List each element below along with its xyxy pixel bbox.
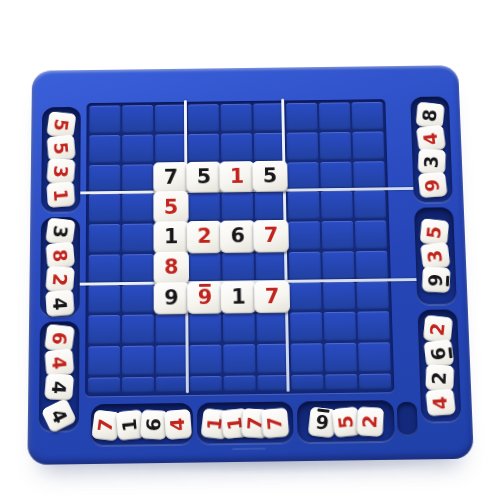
tray-tile[interactable]: 8 [416,101,445,128]
bottom-tray-section-2: 1177 [197,402,294,445]
left-tray-section-3: 6444 [39,321,80,432]
board-tile[interactable]: 1 [153,221,188,254]
tile-digit: 7 [265,287,280,307]
grid-cell [355,220,387,249]
grid-cell [122,194,153,223]
empty-corner-recess [397,402,418,436]
tile-digit: 6 [49,330,69,345]
grid-cell [356,281,388,310]
tray-tile[interactable]: 2 [423,315,453,343]
grid-cell [188,133,219,161]
grid-cell [122,254,154,283]
grid-cell [122,224,153,253]
tile-digit: 1 [51,188,70,202]
grid-cell [155,105,186,133]
tile-digit: 4 [168,417,188,432]
grid-strip-cell [190,376,222,392]
tile-digit: 4 [49,355,69,370]
grid-cell [190,345,222,375]
grid-strip-cell [257,375,289,391]
tile-digit: 3 [50,224,70,238]
board-tile[interactable]: 2 [187,221,223,254]
grid-cell [287,162,319,190]
tray-tile[interactable]: 9 [418,171,448,198]
grid-cell [223,344,255,374]
grid-strip-cell [359,374,391,390]
tray-tile[interactable]: 4 [425,389,456,417]
tray-tile[interactable]: 2 [356,406,383,436]
tile-digit: 9 [198,288,213,308]
grid-cell [156,345,188,375]
grid-cell [122,346,154,376]
grid-cell [122,134,153,162]
grid-strip-cell [156,376,188,392]
bottom-tray-section-1: 7164 [91,403,193,446]
tile-digit: 2 [360,414,380,428]
tray-tile[interactable]: 5 [46,111,76,138]
board-tile[interactable]: 7 [153,162,188,194]
tile-digit: 9 [427,273,446,287]
tile-digit: 7 [264,226,279,246]
grid-cell [188,104,219,132]
board-tile[interactable]: 5 [153,191,188,223]
grid-cell [352,102,384,130]
grid-cell [288,221,320,250]
grid-cell [320,132,352,160]
tray-tile[interactable]: 4 [44,373,74,400]
right-tray-section-3: 2624 [418,309,462,422]
molded-logo-mark [224,448,266,459]
grid-cell [289,252,321,281]
tile-digit: 4 [49,379,69,393]
grid-cell [223,314,255,343]
tile-digit: 4 [48,405,71,425]
tile-digit: 6 [230,227,245,247]
tray-tile[interactable]: 2 [425,364,454,391]
tile-digit: 6 [144,417,164,431]
grid-strip-cell [122,377,154,393]
grid-cell [356,251,388,280]
tile-digit: 3 [422,154,441,167]
grid-cell [286,103,317,131]
grid-cell [188,193,219,222]
grid-cell [324,312,356,341]
tile-digit: 3 [425,249,445,263]
grid-strip-cell [325,374,357,390]
tray-tile[interactable]: 4 [41,397,77,433]
tray-tile[interactable]: 2 [45,265,74,291]
tile-digit: 8 [50,248,70,262]
grid-cell [88,315,120,344]
grid-cell [89,135,120,163]
grid-strip-cell [291,375,323,391]
grid-cell [122,315,154,344]
tray-tile[interactable]: 4 [164,409,192,440]
tile-digit: 5 [51,118,71,132]
tile-digit: 8 [164,258,178,278]
tray-tile[interactable]: 6 [423,339,454,367]
tile-digit: 5 [425,225,445,239]
tile-digit: 4 [431,395,451,410]
grid-cell [321,191,353,219]
grid-cell [257,313,289,342]
grid-cell [352,131,384,159]
tray-tile[interactable]: 7 [261,407,289,438]
grid-cell [288,191,320,219]
board-tile[interactable]: 5 [252,160,288,192]
tray-tile[interactable]: 3 [420,242,450,269]
grid-cell [222,252,254,281]
board-tile[interactable]: 7 [254,280,290,313]
grid-cell [89,164,120,192]
tray-tile[interactable]: 5 [420,218,450,245]
tray-tile[interactable]: 5 [331,406,360,437]
right-tray-section-2: 539 [414,207,457,305]
grid-cell [89,105,120,133]
grid-cell [290,313,322,342]
tile-digit: 5 [336,414,356,429]
grid-cell [253,103,284,131]
tray-tile[interactable]: 6 [44,324,75,352]
grid-cell [358,343,391,373]
right-tray-section-1: 8439 [410,96,453,203]
tile-digit: 2 [430,371,449,385]
board-tile[interactable]: 6 [220,220,256,253]
tile-digit: 2 [428,322,448,337]
grid-cell [324,343,357,373]
grid-cell [320,161,352,189]
board-tile[interactable]: 9 [154,282,190,315]
tray-tile[interactable]: 4 [45,348,75,376]
tile-digit: 9 [164,288,179,308]
tile-digit: 7 [164,168,178,188]
left-tray-section-1: 5531 [41,107,81,213]
grid-cell [89,254,121,283]
tile-digit: 7 [96,417,117,432]
tile-digit: 1 [120,417,140,432]
grid-cell [319,102,351,130]
grid-cell [89,224,120,253]
grid-cell [89,194,120,223]
tile-digit: 5 [164,197,178,217]
board-tile[interactable]: 1 [221,281,257,314]
tile-digit: 4 [50,296,70,310]
grid-cell [88,285,120,314]
tile-digit: 9 [423,177,443,191]
grid-cell [254,133,285,161]
grid-cell [257,344,289,374]
grid-cell [222,192,254,221]
grid-cell [155,134,186,162]
tile-digit: 1 [231,287,246,307]
tray-tile[interactable]: 1 [46,181,75,208]
grid-cell [122,284,154,313]
grid-cell [322,221,354,250]
tray-tile[interactable]: 4 [416,124,446,151]
grid-cell [290,282,322,311]
grid-cell [156,314,188,343]
board-tile[interactable]: 5 [186,161,221,193]
tile-digit: 7 [265,415,285,430]
tile-digit: 1 [230,167,244,187]
grid-cell [323,282,355,311]
grid-cell [221,133,252,161]
grid-cell [122,164,153,192]
sudoku-board: 75155126789917 5531 3824 6444 8439 539 2… [27,65,474,465]
tray-tile[interactable]: 3 [45,217,75,244]
tile-digit: 8 [420,108,439,122]
tray-tile[interactable]: 3 [418,148,446,174]
grid-cell [291,343,323,373]
tile-digit: 9 [314,412,329,432]
tray-tile[interactable]: 8 [46,241,75,268]
bottom-tray-section-3: 952 [297,400,395,443]
tile-digit: 3 [51,164,70,177]
grid-cell [354,191,386,219]
grid-cell [189,314,221,343]
grid-cell [322,251,354,280]
tray-tile[interactable]: 9 [422,267,450,293]
tray-tile[interactable]: 4 [45,289,74,316]
tray-tile[interactable]: 3 [46,158,75,184]
grid-cell [88,346,120,376]
grid-cell [287,132,319,160]
grid-strip-cell [224,375,256,391]
tile-digit: 5 [197,167,211,187]
sudoku-grid: 75155126789917 [85,99,394,396]
grid-cell [353,161,385,189]
grid-cell [256,252,288,281]
board-tile[interactable]: 9 [187,281,223,314]
board-tile[interactable]: 8 [154,251,190,284]
tile-digit: 1 [164,227,178,247]
tray-tile[interactable]: 5 [47,135,76,162]
board-tile[interactable]: 7 [253,220,289,253]
grid-cell [122,105,153,133]
grid-cell [221,104,252,132]
board-tile[interactable]: 1 [219,161,254,193]
tile-digit: 2 [197,227,212,247]
grid-cell [357,312,390,341]
tile-digit: 5 [51,141,70,155]
tile-digit: 5 [263,166,278,186]
grid-cell [189,253,221,282]
tile-digit: 4 [421,131,441,145]
grid-cell [255,192,287,221]
tile-digit: 2 [50,272,70,286]
tile-digit: 6 [429,346,449,361]
grid-strip-cell [88,377,120,393]
left-tray-section-2: 3824 [40,217,80,317]
product-photo-background: 75155126789917 5531 3824 6444 8439 539 2… [0,0,500,500]
